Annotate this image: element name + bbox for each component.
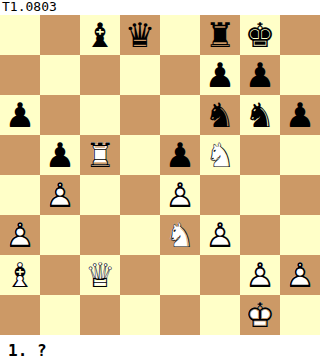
square-a7[interactable] xyxy=(0,55,40,95)
piece-black-rook-icon: ♜ xyxy=(200,15,240,55)
square-e4[interactable]: ♟♙ xyxy=(160,175,200,215)
piece-white-pawn-icon: ♟♙ xyxy=(40,175,80,215)
square-e1[interactable] xyxy=(160,295,200,335)
square-d5[interactable] xyxy=(120,135,160,175)
square-h8[interactable] xyxy=(280,15,320,55)
square-g4[interactable] xyxy=(240,175,280,215)
square-g2[interactable]: ♟♙ xyxy=(240,255,280,295)
square-e5[interactable]: ♟ xyxy=(160,135,200,175)
piece-white-knight-icon: ♞♘ xyxy=(160,215,200,255)
move-prompt: 1. ? xyxy=(0,335,320,360)
piece-black-pawn-icon: ♟ xyxy=(240,55,280,95)
square-g1[interactable]: ♚♔ xyxy=(240,295,280,335)
square-b3[interactable] xyxy=(40,215,80,255)
piece-white-pawn-icon: ♟♙ xyxy=(160,175,200,215)
piece-black-king-icon: ♚ xyxy=(240,15,280,55)
square-b5[interactable]: ♟ xyxy=(40,135,80,175)
square-f5[interactable]: ♞♘ xyxy=(200,135,240,175)
piece-white-queen-icon: ♛♕ xyxy=(80,255,120,295)
square-b8[interactable] xyxy=(40,15,80,55)
piece-black-pawn-icon: ♟ xyxy=(0,95,40,135)
square-a8[interactable] xyxy=(0,15,40,55)
square-h5[interactable] xyxy=(280,135,320,175)
square-c2[interactable]: ♛♕ xyxy=(80,255,120,295)
square-a4[interactable] xyxy=(0,175,40,215)
square-h6[interactable]: ♟ xyxy=(280,95,320,135)
page-title: T1.0803 xyxy=(0,0,320,15)
square-f4[interactable] xyxy=(200,175,240,215)
square-f8[interactable]: ♜ xyxy=(200,15,240,55)
square-e2[interactable] xyxy=(160,255,200,295)
square-c7[interactable] xyxy=(80,55,120,95)
square-f1[interactable] xyxy=(200,295,240,335)
square-d1[interactable] xyxy=(120,295,160,335)
square-d6[interactable] xyxy=(120,95,160,135)
square-h2[interactable]: ♟♙ xyxy=(280,255,320,295)
square-e6[interactable] xyxy=(160,95,200,135)
piece-black-pawn-icon: ♟ xyxy=(160,135,200,175)
piece-black-knight-icon: ♞ xyxy=(200,95,240,135)
piece-white-knight-icon: ♞♘ xyxy=(200,135,240,175)
square-c5[interactable]: ♜♖ xyxy=(80,135,120,175)
square-g7[interactable]: ♟ xyxy=(240,55,280,95)
square-f6[interactable]: ♞ xyxy=(200,95,240,135)
square-a3[interactable]: ♟♙ xyxy=(0,215,40,255)
square-e8[interactable] xyxy=(160,15,200,55)
square-e7[interactable] xyxy=(160,55,200,95)
square-f2[interactable] xyxy=(200,255,240,295)
square-f7[interactable]: ♟ xyxy=(200,55,240,95)
piece-black-knight-icon: ♞ xyxy=(240,95,280,135)
chess-board: ♝♛♜♚♟♟♟♞♞♟♟♜♖♟♞♘♟♙♟♙♟♙♞♘♟♙♝♗♛♕♟♙♟♙♚♔ xyxy=(0,15,320,335)
square-h4[interactable] xyxy=(280,175,320,215)
piece-black-pawn-icon: ♟ xyxy=(200,55,240,95)
square-a2[interactable]: ♝♗ xyxy=(0,255,40,295)
square-b4[interactable]: ♟♙ xyxy=(40,175,80,215)
square-d8[interactable]: ♛ xyxy=(120,15,160,55)
square-c8[interactable]: ♝ xyxy=(80,15,120,55)
square-h3[interactable] xyxy=(280,215,320,255)
square-e3[interactable]: ♞♘ xyxy=(160,215,200,255)
square-b1[interactable] xyxy=(40,295,80,335)
square-h7[interactable] xyxy=(280,55,320,95)
piece-white-pawn-icon: ♟♙ xyxy=(0,215,40,255)
square-b6[interactable] xyxy=(40,95,80,135)
square-b2[interactable] xyxy=(40,255,80,295)
square-c4[interactable] xyxy=(80,175,120,215)
piece-black-pawn-icon: ♟ xyxy=(40,135,80,175)
square-c1[interactable] xyxy=(80,295,120,335)
square-g8[interactable]: ♚ xyxy=(240,15,280,55)
piece-white-rook-icon: ♜♖ xyxy=(80,135,120,175)
piece-white-bishop-icon: ♝♗ xyxy=(0,255,40,295)
square-d2[interactable] xyxy=(120,255,160,295)
square-d3[interactable] xyxy=(120,215,160,255)
square-d7[interactable] xyxy=(120,55,160,95)
piece-black-pawn-icon: ♟ xyxy=(280,95,320,135)
square-g5[interactable] xyxy=(240,135,280,175)
square-a6[interactable]: ♟ xyxy=(0,95,40,135)
square-f3[interactable]: ♟♙ xyxy=(200,215,240,255)
square-g3[interactable] xyxy=(240,215,280,255)
piece-white-pawn-icon: ♟♙ xyxy=(200,215,240,255)
piece-white-king-icon: ♚♔ xyxy=(240,295,280,335)
piece-black-queen-icon: ♛ xyxy=(120,15,160,55)
square-c3[interactable] xyxy=(80,215,120,255)
square-a1[interactable] xyxy=(0,295,40,335)
piece-white-pawn-icon: ♟♙ xyxy=(240,255,280,295)
square-g6[interactable]: ♞ xyxy=(240,95,280,135)
square-d4[interactable] xyxy=(120,175,160,215)
piece-white-pawn-icon: ♟♙ xyxy=(280,255,320,295)
piece-black-bishop-icon: ♝ xyxy=(80,15,120,55)
square-h1[interactable] xyxy=(280,295,320,335)
square-a5[interactable] xyxy=(0,135,40,175)
square-b7[interactable] xyxy=(40,55,80,95)
square-c6[interactable] xyxy=(80,95,120,135)
